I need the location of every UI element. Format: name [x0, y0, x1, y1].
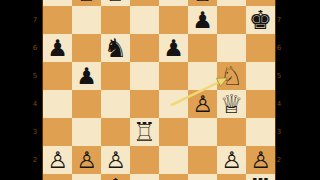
square-c4[interactable] [101, 90, 130, 118]
rank-label-left-4: 4 [30, 101, 40, 108]
square-e6[interactable]: ♟ [159, 34, 188, 62]
square-c2[interactable]: ♙ [101, 146, 130, 174]
square-b2[interactable]: ♙ [72, 146, 101, 174]
square-g1[interactable] [217, 174, 246, 180]
square-a1[interactable] [43, 174, 72, 180]
square-g7[interactable] [217, 6, 246, 34]
square-h2[interactable]: ♙ [246, 146, 275, 174]
square-d3[interactable]: ♖ [130, 118, 159, 146]
chess-board: ♕♛♗♟♚♟♞♟♟♘♙♕♖♙♙♙♙♙♔♖ [42, 0, 276, 180]
square-f6[interactable] [188, 34, 217, 62]
square-h4[interactable] [246, 90, 275, 118]
square-g2[interactable]: ♙ [217, 146, 246, 174]
square-c6[interactable]: ♞ [101, 34, 130, 62]
piece-black-pawn-e6[interactable]: ♟ [159, 34, 188, 62]
rank-label-right-6: 6 [274, 45, 284, 52]
square-f5[interactable] [188, 62, 217, 90]
square-f2[interactable] [188, 146, 217, 174]
piece-white-pawn-g2[interactable]: ♙ [217, 146, 246, 174]
square-e1[interactable] [159, 174, 188, 180]
piece-white-king-c1[interactable]: ♔ [101, 174, 130, 180]
square-b3[interactable] [72, 118, 101, 146]
square-e3[interactable] [159, 118, 188, 146]
square-g4[interactable]: ♕ [217, 90, 246, 118]
square-f7[interactable]: ♟ [188, 6, 217, 34]
square-e2[interactable] [159, 146, 188, 174]
square-e4[interactable] [159, 90, 188, 118]
rank-label-left-3: 3 [30, 129, 40, 136]
rank-label-right-5: 5 [274, 73, 284, 80]
square-c3[interactable] [101, 118, 130, 146]
square-e5[interactable] [159, 62, 188, 90]
square-g6[interactable] [217, 34, 246, 62]
board-grid: ♕♛♗♟♚♟♞♟♟♘♙♕♖♙♙♙♙♙♔♖ [43, 0, 275, 180]
square-h3[interactable] [246, 118, 275, 146]
square-b4[interactable] [72, 90, 101, 118]
square-h6[interactable] [246, 34, 275, 62]
square-f3[interactable] [188, 118, 217, 146]
square-c1[interactable]: ♔ [101, 174, 130, 180]
piece-white-pawn-b2[interactable]: ♙ [72, 146, 101, 174]
rank-label-right-4: 4 [274, 101, 284, 108]
piece-black-knight-c6[interactable]: ♞ [101, 34, 130, 62]
piece-black-king-h7[interactable]: ♚ [246, 6, 275, 34]
square-f1[interactable] [188, 174, 217, 180]
square-d4[interactable] [130, 90, 159, 118]
square-e7[interactable] [159, 6, 188, 34]
piece-white-pawn-h2[interactable]: ♙ [246, 146, 275, 174]
rank-label-left-6: 6 [30, 45, 40, 52]
square-a4[interactable] [43, 90, 72, 118]
square-b1[interactable] [72, 174, 101, 180]
rank-label-right-2: 2 [274, 157, 284, 164]
square-d6[interactable] [130, 34, 159, 62]
piece-white-knight-g5[interactable]: ♘ [217, 62, 246, 90]
square-f4[interactable]: ♙ [188, 90, 217, 118]
square-h1[interactable]: ♖ [246, 174, 275, 180]
square-b7[interactable] [72, 6, 101, 34]
square-g5[interactable]: ♘ [217, 62, 246, 90]
square-d1[interactable] [130, 174, 159, 180]
square-d2[interactable] [130, 146, 159, 174]
piece-white-rook-h1[interactable]: ♖ [246, 174, 275, 180]
square-a5[interactable] [43, 62, 72, 90]
rank-label-left-5: 5 [30, 73, 40, 80]
square-h5[interactable] [246, 62, 275, 90]
rank-label-right-7: 7 [274, 17, 284, 24]
square-a7[interactable] [43, 6, 72, 34]
square-b5[interactable]: ♟ [72, 62, 101, 90]
thumbnail-stage: ♕♛♗♟♚♟♞♟♟♘♙♕♖♙♙♙♙♙♔♖ 8877665544332211 [0, 0, 320, 180]
square-c7[interactable] [101, 6, 130, 34]
piece-black-pawn-b5[interactable]: ♟ [72, 62, 101, 90]
square-b6[interactable] [72, 34, 101, 62]
rank-label-left-7: 7 [30, 17, 40, 24]
rank-label-right-3: 3 [274, 129, 284, 136]
square-a6[interactable]: ♟ [43, 34, 72, 62]
square-d5[interactable] [130, 62, 159, 90]
piece-black-pawn-f7[interactable]: ♟ [188, 6, 217, 34]
square-d7[interactable] [130, 6, 159, 34]
piece-black-pawn-a6[interactable]: ♟ [43, 34, 72, 62]
square-c5[interactable] [101, 62, 130, 90]
rank-label-left-2: 2 [30, 157, 40, 164]
piece-white-pawn-f4[interactable]: ♙ [188, 90, 217, 118]
square-a2[interactable]: ♙ [43, 146, 72, 174]
piece-white-pawn-c2[interactable]: ♙ [101, 146, 130, 174]
square-g3[interactable] [217, 118, 246, 146]
square-a3[interactable] [43, 118, 72, 146]
square-h7[interactable]: ♚ [246, 6, 275, 34]
piece-white-pawn-a2[interactable]: ♙ [43, 146, 72, 174]
piece-white-queen-g4[interactable]: ♕ [217, 90, 246, 118]
piece-white-rook-d3[interactable]: ♖ [130, 118, 159, 146]
